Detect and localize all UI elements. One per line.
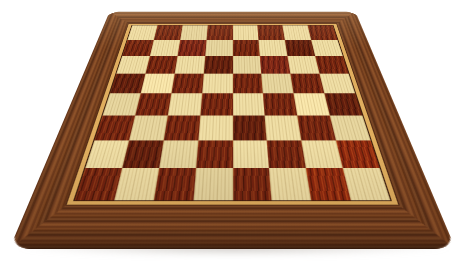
square-e7[interactable] xyxy=(233,40,261,56)
square-h3[interactable] xyxy=(330,115,371,140)
square-h8[interactable] xyxy=(308,25,338,40)
square-b5[interactable] xyxy=(141,74,175,94)
square-g7[interactable] xyxy=(285,40,315,56)
square-e8[interactable] xyxy=(233,25,259,40)
square-h7[interactable] xyxy=(311,40,343,56)
square-h2[interactable] xyxy=(336,140,380,168)
square-f8[interactable] xyxy=(258,25,285,40)
square-f6[interactable] xyxy=(260,56,290,74)
board-frame-bottom xyxy=(9,205,455,249)
square-d1[interactable] xyxy=(193,168,232,200)
square-d7[interactable] xyxy=(205,40,233,56)
square-b8[interactable] xyxy=(154,25,183,40)
square-e3[interactable] xyxy=(233,115,268,140)
square-c4[interactable] xyxy=(168,93,202,115)
playing-field xyxy=(73,25,392,201)
square-b1[interactable] xyxy=(114,168,159,200)
square-f3[interactable] xyxy=(265,115,302,140)
square-d5[interactable] xyxy=(202,74,233,94)
square-b7[interactable] xyxy=(150,40,180,56)
square-d6[interactable] xyxy=(203,56,232,74)
square-a8[interactable] xyxy=(127,25,157,40)
square-c3[interactable] xyxy=(163,115,200,140)
square-d2[interactable] xyxy=(196,140,233,168)
square-e2[interactable] xyxy=(233,140,270,168)
square-c1[interactable] xyxy=(154,168,196,200)
chessboard xyxy=(9,12,455,249)
square-c2[interactable] xyxy=(159,140,198,168)
square-d4[interactable] xyxy=(200,93,232,115)
square-b2[interactable] xyxy=(122,140,163,168)
square-f1[interactable] xyxy=(269,168,311,200)
square-c5[interactable] xyxy=(171,74,203,94)
square-d3[interactable] xyxy=(198,115,233,140)
square-a7[interactable] xyxy=(122,40,154,56)
square-h5[interactable] xyxy=(320,74,356,94)
board-frame-top xyxy=(105,12,361,24)
square-f2[interactable] xyxy=(267,140,306,168)
square-b4[interactable] xyxy=(135,93,171,115)
square-g6[interactable] xyxy=(288,56,320,74)
square-h1[interactable] xyxy=(343,168,390,200)
square-c8[interactable] xyxy=(180,25,207,40)
square-b6[interactable] xyxy=(145,56,177,74)
square-d8[interactable] xyxy=(206,25,232,40)
square-a6[interactable] xyxy=(116,56,149,74)
square-f5[interactable] xyxy=(262,74,294,94)
square-f7[interactable] xyxy=(259,40,288,56)
square-h6[interactable] xyxy=(315,56,348,74)
square-e1[interactable] xyxy=(233,168,272,200)
square-h4[interactable] xyxy=(324,93,362,115)
square-b3[interactable] xyxy=(129,115,168,140)
square-e5[interactable] xyxy=(233,74,264,94)
square-g8[interactable] xyxy=(283,25,312,40)
square-c7[interactable] xyxy=(177,40,206,56)
square-f4[interactable] xyxy=(263,93,297,115)
square-e6[interactable] xyxy=(233,56,262,74)
perspective-wrapper xyxy=(74,0,391,261)
photo-background xyxy=(0,0,466,261)
square-e4[interactable] xyxy=(233,93,265,115)
square-c6[interactable] xyxy=(174,56,204,74)
